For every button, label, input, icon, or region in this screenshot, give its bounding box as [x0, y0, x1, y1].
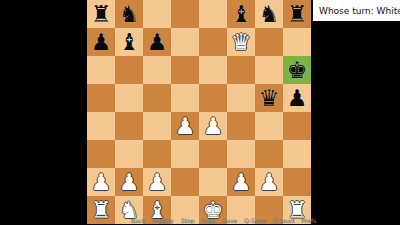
piece-black-bishop[interactable]: ♝	[115, 28, 143, 56]
square-e4[interactable]: ♟	[199, 112, 227, 140]
square-b7[interactable]: ♝	[115, 28, 143, 56]
side-panel: Whose turn: White	[311, 0, 400, 225]
piece-black-pawn[interactable]: ♟	[283, 84, 311, 112]
piece-white-rook[interactable]: ♜	[283, 196, 311, 224]
left-margin	[0, 0, 87, 225]
piece-white-king[interactable]: ♚	[199, 196, 227, 224]
square-c7[interactable]: ♟	[143, 28, 171, 56]
square-h8[interactable]: ♜	[283, 0, 311, 28]
square-e2[interactable]	[199, 168, 227, 196]
square-h2[interactable]	[283, 168, 311, 196]
square-e7[interactable]	[199, 28, 227, 56]
square-h5[interactable]: ♟	[283, 84, 311, 112]
piece-white-bishop[interactable]: ♝	[143, 196, 171, 224]
piece-black-bishop[interactable]: ♝	[227, 0, 255, 28]
square-e8[interactable]	[199, 0, 227, 28]
piece-white-rook[interactable]: ♜	[87, 196, 115, 224]
square-a3[interactable]	[87, 140, 115, 168]
square-b3[interactable]	[115, 140, 143, 168]
square-a1[interactable]: ♜	[87, 196, 115, 224]
piece-black-king[interactable]: ♚	[283, 56, 311, 84]
square-a6[interactable]	[87, 56, 115, 84]
square-d2[interactable]	[171, 168, 199, 196]
piece-black-knight[interactable]: ♞	[255, 0, 283, 28]
turn-indicator-text: Whose turn: White	[313, 6, 400, 16]
square-g4[interactable]	[255, 112, 283, 140]
square-d4[interactable]: ♟	[171, 112, 199, 140]
square-e3[interactable]	[199, 140, 227, 168]
square-d8[interactable]	[171, 0, 199, 28]
square-a4[interactable]	[87, 112, 115, 140]
piece-black-rook[interactable]: ♜	[87, 0, 115, 28]
square-d7[interactable]	[171, 28, 199, 56]
piece-white-pawn[interactable]: ♟	[199, 112, 227, 140]
piece-white-pawn[interactable]: ♟	[171, 112, 199, 140]
square-b8[interactable]: ♞	[115, 0, 143, 28]
square-d3[interactable]	[171, 140, 199, 168]
square-g7[interactable]	[255, 28, 283, 56]
square-g5[interactable]: ♛	[255, 84, 283, 112]
square-h4[interactable]	[283, 112, 311, 140]
square-d6[interactable]	[171, 56, 199, 84]
square-f7[interactable]: ♛	[227, 28, 255, 56]
square-b6[interactable]	[115, 56, 143, 84]
piece-white-pawn[interactable]: ♟	[87, 168, 115, 196]
piece-black-knight[interactable]: ♞	[115, 0, 143, 28]
square-g6[interactable]	[255, 56, 283, 84]
square-g2[interactable]: ♟	[255, 168, 283, 196]
square-d5[interactable]	[171, 84, 199, 112]
turn-indicator-bar: Whose turn: White	[313, 0, 400, 21]
square-c3[interactable]	[143, 140, 171, 168]
square-f2[interactable]: ♟	[227, 168, 255, 196]
piece-white-pawn[interactable]: ♟	[115, 168, 143, 196]
square-b1[interactable]: ♞	[115, 196, 143, 224]
square-c4[interactable]	[143, 112, 171, 140]
piece-black-pawn[interactable]: ♟	[143, 28, 171, 56]
square-h6[interactable]: ♚	[283, 56, 311, 84]
square-g8[interactable]: ♞	[255, 0, 283, 28]
square-f8[interactable]: ♝	[227, 0, 255, 28]
square-f4[interactable]	[227, 112, 255, 140]
square-e1[interactable]: ♚	[199, 196, 227, 224]
piece-white-pawn[interactable]: ♟	[143, 168, 171, 196]
menu-item-qsave[interactable]: Q-Save	[244, 217, 266, 224]
menu-item-stop[interactable]: Stop	[181, 217, 195, 224]
square-c5[interactable]	[143, 84, 171, 112]
piece-white-queen[interactable]: ♛	[227, 28, 255, 56]
piece-white-pawn[interactable]: ♟	[227, 168, 255, 196]
square-h1[interactable]: ♜	[283, 196, 311, 224]
square-c2[interactable]: ♟	[143, 168, 171, 196]
piece-black-queen[interactable]: ♛	[255, 84, 283, 112]
square-h3[interactable]	[283, 140, 311, 168]
square-c8[interactable]	[143, 0, 171, 28]
chess-app-screen: ♜♞♝♞♜♟♝♟♛♚♛♟♟♟♟♟♟♟♟♜♞♝♚♜ BackHistoryStop…	[0, 0, 400, 225]
square-b2[interactable]: ♟	[115, 168, 143, 196]
square-f5[interactable]	[227, 84, 255, 112]
square-e6[interactable]	[199, 56, 227, 84]
square-b4[interactable]	[115, 112, 143, 140]
square-a2[interactable]: ♟	[87, 168, 115, 196]
square-a8[interactable]: ♜	[87, 0, 115, 28]
piece-white-pawn[interactable]: ♟	[255, 168, 283, 196]
square-h7[interactable]	[283, 28, 311, 56]
square-a7[interactable]: ♟	[87, 28, 115, 56]
piece-black-rook[interactable]: ♜	[283, 0, 311, 28]
square-b5[interactable]	[115, 84, 143, 112]
square-c6[interactable]	[143, 56, 171, 84]
square-g3[interactable]	[255, 140, 283, 168]
chess-board: ♜♞♝♞♜♟♝♟♛♚♛♟♟♟♟♟♟♟♟♜♞♝♚♜	[87, 0, 311, 224]
square-c1[interactable]: ♝	[143, 196, 171, 224]
piece-white-knight[interactable]: ♞	[115, 196, 143, 224]
square-f6[interactable]	[227, 56, 255, 84]
square-e5[interactable]	[199, 84, 227, 112]
square-f3[interactable]	[227, 140, 255, 168]
square-a5[interactable]	[87, 84, 115, 112]
piece-black-pawn[interactable]: ♟	[87, 28, 115, 56]
